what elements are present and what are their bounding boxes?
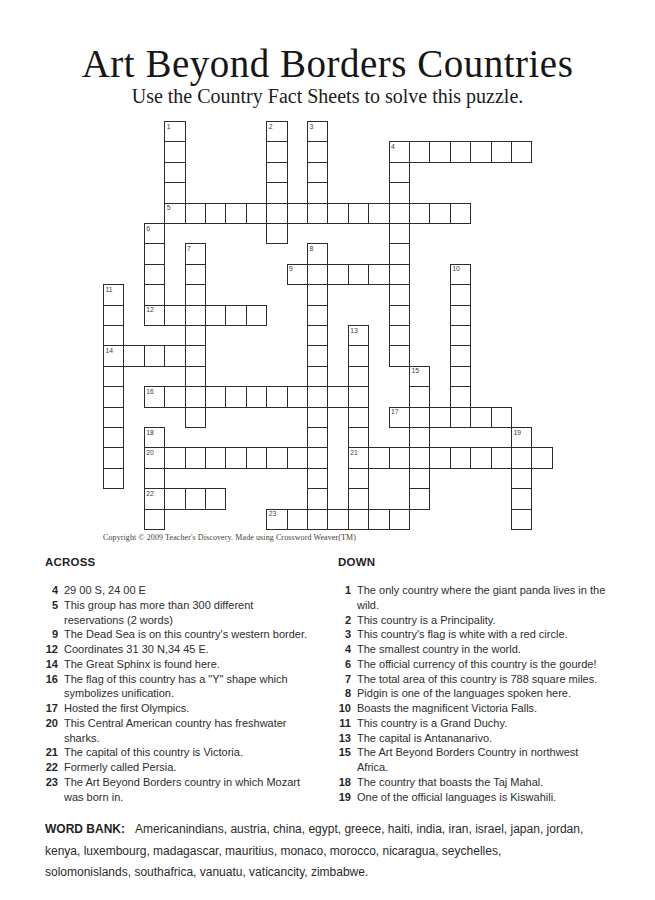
grid-cell-r6c14[interactable] (389, 243, 410, 264)
clue-number: 8 (338, 686, 351, 701)
clue-text: This group has more than 300 different r… (64, 598, 253, 628)
grid-cell-r9c7[interactable] (246, 305, 267, 326)
clue-text: The capital is Antananarivo. (357, 731, 492, 746)
clue-number: 18 (338, 775, 351, 790)
grid-cell-r11c10[interactable] (307, 345, 328, 366)
grid-cell-r7c11[interactable] (327, 264, 348, 285)
grid-cell-r18c10[interactable] (307, 488, 328, 509)
clue-number: 22 (45, 760, 58, 775)
cell-number-17: 17 (391, 408, 399, 416)
grid-cell-r19c20[interactable] (511, 509, 532, 530)
grid-cell-r19c10[interactable] (307, 509, 328, 530)
clue-down-6: 6The official currency of this country i… (338, 657, 640, 672)
grid-cell-r11c2[interactable] (144, 345, 165, 366)
cell-number-15: 15 (412, 367, 420, 375)
clue-number: 14 (45, 657, 58, 672)
grid-cell-r8c14[interactable] (389, 284, 410, 305)
cell-number-16: 16 (146, 388, 154, 396)
grid-cell-r11c14[interactable] (389, 345, 410, 366)
grid-cell-r19c11[interactable] (327, 509, 348, 530)
grid-cell-r13c17[interactable] (450, 386, 471, 407)
cell-number-14: 14 (106, 347, 114, 355)
clue-number: 15 (338, 745, 351, 760)
clue-across-14: 14The Great Sphinx is found here. (45, 657, 337, 672)
grid-cell-r4c13[interactable] (368, 203, 389, 224)
clue-text: 29 00 S, 24 00 E (64, 583, 146, 598)
clue-text: The Great Sphinx is found here. (64, 657, 220, 672)
across-clues-section: ACROSS 429 00 S, 24 00 E5This group has … (45, 556, 337, 804)
grid-cell-r16c10[interactable] (307, 447, 328, 468)
grid-cell-r13c5[interactable] (205, 386, 226, 407)
clue-text: Formerly called Persia. (64, 760, 176, 775)
grid-cell-r4c17[interactable] (450, 203, 471, 224)
grid-cell-r3c3[interactable] (164, 182, 185, 203)
clue-number: 12 (45, 642, 58, 657)
clue-across-20: 20This Central American country has fres… (45, 716, 337, 746)
grid-cell-r9c5[interactable] (205, 305, 226, 326)
grid-cell-r9c4[interactable] (185, 305, 206, 326)
grid-cell-r14c19[interactable] (491, 407, 512, 428)
grid-cell-r16c14[interactable] (389, 447, 410, 468)
clue-text: This country is a Principality. (357, 613, 496, 628)
grid-cell-r16c8[interactable] (266, 447, 287, 468)
grid-cell-r15c0[interactable] (103, 427, 124, 448)
grid-cell-r17c15[interactable] (409, 468, 430, 489)
grid-cell-r1c14[interactable]: 4 (389, 141, 410, 162)
grid-cell-r10c0[interactable] (103, 325, 124, 346)
grid-cell-r4c3[interactable]: 5 (164, 203, 185, 224)
grid-cell-r17c10[interactable] (307, 468, 328, 489)
clue-down-19: 19One of the official languages is Kiswa… (338, 790, 640, 805)
grid-cell-r16c19[interactable] (491, 447, 512, 468)
down-clue-list: 1The only country where the giant panda … (338, 583, 640, 804)
grid-cell-r13c4[interactable] (185, 386, 206, 407)
clue-down-7: 7The total area of this country is 788 s… (338, 672, 640, 687)
cell-number-10: 10 (452, 265, 460, 273)
cell-number-23: 23 (269, 510, 277, 518)
grid-cell-r18c20[interactable] (511, 488, 532, 509)
grid-cell-r15c2[interactable]: 18 (144, 427, 165, 448)
grid-cell-r16c5[interactable] (205, 447, 226, 468)
grid-cell-r16c12[interactable]: 21 (348, 447, 369, 468)
grid-cell-r9c10[interactable] (307, 305, 328, 326)
clue-number: 13 (338, 731, 351, 746)
cell-number-22: 22 (146, 490, 154, 498)
grid-cell-r16c2[interactable]: 20 (144, 447, 165, 468)
clue-across-4: 429 00 S, 24 00 E (45, 583, 337, 598)
grid-cell-r16c6[interactable] (225, 447, 246, 468)
grid-cell-r12c4[interactable] (185, 366, 206, 387)
grid-cell-r16c15[interactable] (409, 447, 430, 468)
grid-cell-r11c17[interactable] (450, 345, 471, 366)
grid-cell-r16c21[interactable] (531, 447, 552, 468)
grid-cell-r0c10[interactable]: 3 (307, 121, 328, 142)
grid-cell-r4c16[interactable] (429, 203, 450, 224)
clue-text: The smallest country in the world. (357, 642, 521, 657)
clue-down-13: 13The capital is Antananarivo. (338, 731, 640, 746)
grid-cell-r4c9[interactable] (287, 203, 308, 224)
grid-cell-r9c2[interactable]: 12 (144, 305, 165, 326)
grid-cell-r16c9[interactable] (287, 447, 308, 468)
grid-cell-r12c15[interactable]: 15 (409, 366, 430, 387)
clue-number: 6 (338, 657, 351, 672)
clue-text: The flag of this country has a "Y" shape… (64, 672, 288, 702)
grid-cell-r16c20[interactable] (511, 447, 532, 468)
clue-across-12: 12Coordinates 31 30 N,34 45 E. (45, 642, 337, 657)
grid-cell-r16c13[interactable] (368, 447, 389, 468)
grid-cell-r13c3[interactable] (164, 386, 185, 407)
grid-cell-r14c17[interactable] (450, 407, 471, 428)
grid-cell-r12c10[interactable] (307, 366, 328, 387)
cell-number-19: 19 (514, 429, 522, 437)
grid-cell-r15c10[interactable] (307, 427, 328, 448)
across-header: ACROSS (45, 556, 337, 568)
grid-cell-r12c17[interactable] (450, 366, 471, 387)
grid-cell-r12c0[interactable] (103, 366, 124, 387)
grid-cell-r14c10[interactable] (307, 407, 328, 428)
grid-cell-r6c4[interactable]: 7 (185, 243, 206, 264)
clue-number: 16 (45, 672, 58, 687)
grid-cell-r14c15[interactable] (409, 407, 430, 428)
grid-cell-r14c0[interactable] (103, 407, 124, 428)
grid-cell-r17c12[interactable] (348, 468, 369, 489)
grid-cell-r1c16[interactable] (429, 141, 450, 162)
clue-number: 21 (45, 745, 58, 760)
grid-cell-r1c10[interactable] (307, 141, 328, 162)
clue-down-1: 1The only country where the giant panda … (338, 583, 640, 613)
clue-text: This Central American country has freshw… (64, 716, 287, 746)
grid-cell-r19c13[interactable] (368, 509, 389, 530)
grid-cell-r4c11[interactable] (327, 203, 348, 224)
grid-cell-r4c6[interactable] (225, 203, 246, 224)
grid-cell-r19c14[interactable] (389, 509, 410, 530)
grid-cell-r13c0[interactable] (103, 386, 124, 407)
grid-cell-r3c14[interactable] (389, 182, 410, 203)
grid-cell-r0c3[interactable]: 1 (164, 121, 185, 142)
grid-cell-r7c13[interactable] (368, 264, 389, 285)
grid-cell-r13c8[interactable] (266, 386, 287, 407)
grid-cell-r16c4[interactable] (185, 447, 206, 468)
grid-cell-r18c4[interactable] (185, 488, 206, 509)
cell-number-2: 2 (269, 123, 273, 131)
word-bank-label: WORD BANK: (45, 822, 135, 836)
clue-down-10: 10Boasts the magnificent Victoria Falls. (338, 701, 640, 716)
clue-across-16: 16The flag of this country has a "Y" sha… (45, 672, 337, 702)
clue-text: The Dead Sea is on this country's wester… (64, 627, 307, 642)
grid-cell-r11c3[interactable] (164, 345, 185, 366)
grid-cell-r11c0[interactable]: 14 (103, 345, 124, 366)
clue-text: The only country where the giant panda l… (357, 583, 605, 613)
grid-cell-r13c10[interactable] (307, 386, 328, 407)
grid-cell-r18c2[interactable]: 22 (144, 488, 165, 509)
grid-cell-r11c1[interactable] (123, 345, 144, 366)
grid-cell-r7c2[interactable] (144, 264, 165, 285)
clue-across-5: 5This group has more than 300 different … (45, 598, 337, 628)
clue-text: Hosted the first Olympics. (64, 701, 189, 716)
grid-cell-r4c14[interactable] (389, 203, 410, 224)
grid-cell-r2c14[interactable] (389, 162, 410, 183)
down-header: DOWN (338, 556, 640, 568)
grid-cell-r14c16[interactable] (429, 407, 450, 428)
grid-cell-r7c12[interactable] (348, 264, 369, 285)
grid-cell-r1c17[interactable] (450, 141, 471, 162)
clue-number: 11 (338, 716, 351, 731)
cell-number-4: 4 (391, 143, 395, 151)
grid-cell-r14c14[interactable]: 17 (389, 407, 410, 428)
crossword-worksheet-page: Art Beyond Borders Countries Use the Cou… (0, 0, 655, 900)
grid-cell-r7c10[interactable] (307, 264, 328, 285)
cell-number-18: 18 (146, 429, 154, 437)
grid-cell-r14c12[interactable] (348, 407, 369, 428)
grid-cell-r13c15[interactable] (409, 386, 430, 407)
clue-text: This country is a Grand Duchy. (357, 716, 507, 731)
clue-number: 10 (338, 701, 351, 716)
grid-cell-r4c5[interactable] (205, 203, 226, 224)
grid-cell-r19c12[interactable] (348, 509, 369, 530)
grid-cell-r10c14[interactable] (389, 325, 410, 346)
grid-cell-r2c10[interactable] (307, 162, 328, 183)
crossword-grid: 1234567891011121314151617181920212223 (103, 121, 553, 531)
clue-down-3: 3This country's flag is white with a red… (338, 627, 640, 642)
grid-cell-r6c2[interactable] (144, 243, 165, 264)
clue-text: The Art Beyond Borders Country in northw… (357, 745, 578, 775)
grid-cell-r18c3[interactable] (164, 488, 185, 509)
clue-number: 17 (45, 701, 58, 716)
cell-number-7: 7 (187, 245, 191, 253)
cell-number-6: 6 (146, 225, 150, 233)
clue-text: This country's flag is white with a red … (357, 627, 568, 642)
grid-cell-r19c9[interactable] (287, 509, 308, 530)
grid-cell-r18c15[interactable] (409, 488, 430, 509)
clue-text: Coordinates 31 30 N,34 45 E. (64, 642, 209, 657)
clue-text: Pidgin is one of the languages spoken he… (357, 686, 571, 701)
grid-cell-r1c3[interactable] (164, 141, 185, 162)
clue-down-8: 8Pidgin is one of the languages spoken h… (338, 686, 640, 701)
grid-cell-r5c2[interactable]: 6 (144, 223, 165, 244)
grid-cell-r10c17[interactable] (450, 325, 471, 346)
grid-cell-r7c17[interactable]: 10 (450, 264, 471, 285)
grid-cell-r3c10[interactable] (307, 182, 328, 203)
grid-cell-r4c4[interactable] (185, 203, 206, 224)
clue-down-4: 4The smallest country in the world. (338, 642, 640, 657)
grid-cell-r16c3[interactable] (164, 447, 185, 468)
clue-text: The Art Beyond Borders country in which … (64, 775, 300, 805)
grid-cell-r8c2[interactable] (144, 284, 165, 305)
grid-cell-r15c20[interactable]: 19 (511, 427, 532, 448)
clue-text: Boasts the magnificent Victoria Falls. (357, 701, 537, 716)
grid-cell-r17c2[interactable] (144, 468, 165, 489)
grid-cell-r7c14[interactable] (389, 264, 410, 285)
clue-number: 4 (338, 642, 351, 657)
grid-cell-r19c8[interactable]: 23 (266, 509, 287, 530)
across-clue-list: 429 00 S, 24 00 E5This group has more th… (45, 583, 337, 804)
cell-number-13: 13 (350, 327, 358, 335)
grid-cell-r8c17[interactable] (450, 284, 471, 305)
clue-across-23: 23The Art Beyond Borders country in whic… (45, 775, 337, 805)
grid-cell-r0c8[interactable]: 2 (266, 121, 287, 142)
cell-number-3: 3 (310, 123, 314, 131)
grid-cell-r8c10[interactable] (307, 284, 328, 305)
cell-number-8: 8 (310, 245, 314, 253)
grid-cell-r1c15[interactable] (409, 141, 430, 162)
grid-cell-r15c15[interactable] (409, 427, 430, 448)
clue-across-17: 17Hosted the first Olympics. (45, 701, 337, 716)
grid-cell-r9c0[interactable] (103, 305, 124, 326)
clue-text: One of the official languages is Kiswahi… (357, 790, 556, 805)
grid-cell-r1c8[interactable] (266, 141, 287, 162)
grid-cell-r2c8[interactable] (266, 162, 287, 183)
clue-across-22: 22Formerly called Persia. (45, 760, 337, 775)
clue-number: 20 (45, 716, 58, 731)
grid-cell-r8c0[interactable]: 11 (103, 284, 124, 305)
grid-cell-r4c10[interactable] (307, 203, 328, 224)
cell-number-9: 9 (289, 265, 293, 273)
grid-cell-r18c12[interactable] (348, 488, 369, 509)
grid-cell-r5c14[interactable] (389, 223, 410, 244)
cell-number-20: 20 (146, 449, 154, 457)
down-clues-section: DOWN 1The only country where the giant p… (338, 556, 640, 804)
grid-cell-r9c14[interactable] (389, 305, 410, 326)
page-subtitle: Use the Country Fact Sheets to solve thi… (0, 85, 655, 108)
grid-cell-r10c10[interactable] (307, 325, 328, 346)
cell-number-11: 11 (106, 286, 113, 294)
clue-across-21: 21The capital of this country is Victori… (45, 745, 337, 760)
grid-cell-r19c2[interactable] (144, 509, 165, 530)
page-title: Art Beyond Borders Countries (0, 41, 655, 86)
grid-cell-r16c16[interactable] (429, 447, 450, 468)
grid-cell-r12c12[interactable] (348, 366, 369, 387)
cell-number-5: 5 (167, 204, 171, 212)
clue-down-2: 2This country is a Principality. (338, 613, 640, 628)
grid-cell-r13c9[interactable] (287, 386, 308, 407)
cell-number-12: 12 (146, 306, 154, 314)
grid-cell-r8c4[interactable] (185, 284, 206, 305)
copyright-note: Copyright © 2009 Teacher's Discovery. Ma… (103, 533, 356, 542)
grid-cell-r9c6[interactable] (225, 305, 246, 326)
grid-cell-r1c19[interactable] (491, 141, 512, 162)
clue-number: 4 (45, 583, 58, 598)
grid-cell-r13c12[interactable] (348, 386, 369, 407)
clue-down-11: 11This country is a Grand Duchy. (338, 716, 640, 731)
grid-cell-r3c8[interactable] (266, 182, 287, 203)
clue-text: The total area of this country is 788 sq… (357, 672, 597, 687)
grid-cell-r2c3[interactable] (164, 162, 185, 183)
cell-number-21: 21 (350, 449, 358, 457)
clue-down-18: 18The country that boasts the Taj Mahal. (338, 775, 640, 790)
grid-cell-r1c18[interactable] (470, 141, 491, 162)
clue-text: The capital of this country is Victoria. (64, 745, 243, 760)
clue-down-15: 15The Art Beyond Borders Country in nort… (338, 745, 640, 775)
clue-number: 1 (338, 583, 351, 598)
grid-cell-r14c18[interactable] (470, 407, 491, 428)
cell-number-1: 1 (167, 123, 171, 131)
clue-number: 7 (338, 672, 351, 687)
grid-cell-r9c3[interactable] (164, 305, 185, 326)
clue-number: 9 (45, 627, 58, 642)
grid-cell-r4c7[interactable] (246, 203, 267, 224)
clue-number: 19 (338, 790, 351, 805)
grid-cell-r13c11[interactable] (327, 386, 348, 407)
grid-cell-r13c2[interactable]: 16 (144, 386, 165, 407)
grid-cell-r15c12[interactable] (348, 427, 369, 448)
grid-cell-r11c12[interactable] (348, 345, 369, 366)
grid-cell-r17c20[interactable] (511, 468, 532, 489)
grid-cell-r5c8[interactable] (266, 223, 287, 244)
grid-cell-r6c10[interactable]: 8 (307, 243, 328, 264)
clue-across-9: 9The Dead Sea is on this country's weste… (45, 627, 337, 642)
clue-number: 2 (338, 613, 351, 628)
grid-cell-r16c7[interactable] (246, 447, 267, 468)
grid-cell-r10c12[interactable]: 13 (348, 325, 369, 346)
clue-number: 23 (45, 775, 58, 790)
grid-cell-r16c0[interactable] (103, 447, 124, 468)
grid-cell-r13c6[interactable] (225, 386, 246, 407)
grid-cell-r14c4[interactable] (185, 407, 206, 428)
grid-cell-r1c20[interactable] (511, 141, 532, 162)
grid-cell-r4c8[interactable] (266, 203, 287, 224)
clue-text: The country that boasts the Taj Mahal. (357, 775, 543, 790)
grid-cell-r4c12[interactable] (348, 203, 369, 224)
word-bank: WORD BANK:Americanindians, austria, chin… (45, 819, 627, 884)
grid-cell-r17c0[interactable] (103, 468, 124, 489)
grid-cell-r11c4[interactable] (185, 345, 206, 366)
grid-cell-r18c5[interactable] (205, 488, 226, 509)
grid-cell-r16c17[interactable] (450, 447, 471, 468)
grid-cell-r4c15[interactable] (409, 203, 430, 224)
grid-cell-r16c18[interactable] (470, 447, 491, 468)
grid-cell-r9c17[interactable] (450, 305, 471, 326)
grid-cell-r10c4[interactable] (185, 325, 206, 346)
clue-number: 5 (45, 598, 58, 613)
clue-text: The official currency of this country is… (357, 657, 596, 672)
grid-cell-r7c9[interactable]: 9 (287, 264, 308, 285)
clue-number: 3 (338, 627, 351, 642)
grid-cell-r13c7[interactable] (246, 386, 267, 407)
grid-cell-r7c4[interactable] (185, 264, 206, 285)
